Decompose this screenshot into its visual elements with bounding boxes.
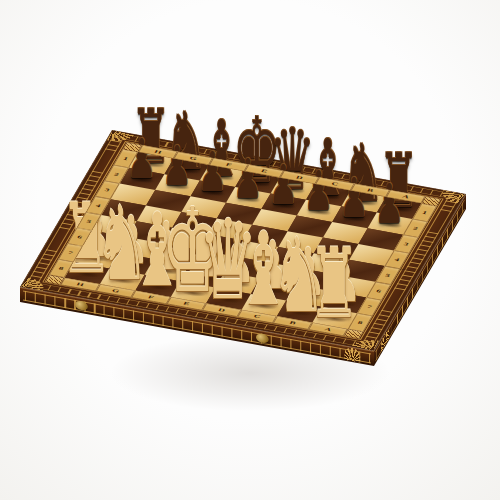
white-rook-glyph: ♜ [308, 235, 360, 332]
product-photo-scene: ♜♞♝♚♛♝♞♜♟♟♟♟♟♟♟♟♟♟♟♟♟♟♟♟♜♞♝♚♛♝♞♜ HH11GG2… [0, 0, 500, 500]
sun-fan-motif [344, 347, 360, 363]
black-pawn-glyph: ♟ [375, 177, 405, 232]
black-pawn-glyph: ♟ [304, 164, 334, 219]
sun-fan-motif [437, 190, 464, 204]
black-pawn-glyph: ♟ [268, 158, 298, 213]
black-pawn-glyph: ♟ [339, 171, 369, 226]
